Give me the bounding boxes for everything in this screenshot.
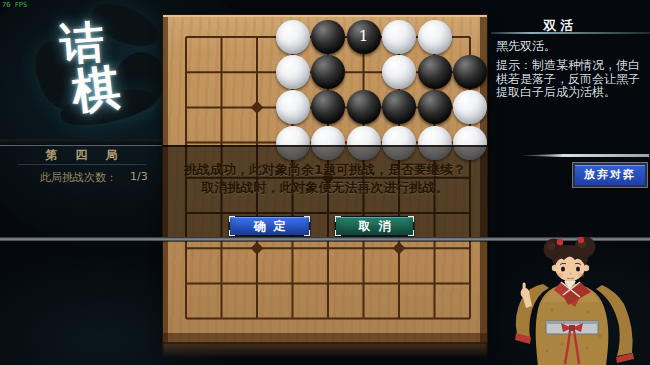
corner-ornament (408, 230, 414, 236)
resign-button[interactable]: 放弃对弈 (573, 163, 647, 187)
puzzle-goal: 黑先双活。 (496, 38, 556, 55)
corner-ornament (229, 230, 235, 236)
corner-ornament (304, 216, 310, 222)
game-logo: 诘 棋 (20, 0, 165, 140)
challenge-count-value: 1/3 (130, 170, 148, 183)
blade-divider (517, 154, 649, 157)
confirm-button[interactable]: 确定 (229, 216, 310, 236)
challenge-dialog: 挑战成功，此对象尚余1题可挑战，是否要继续？ 取消挑战时，此对象便无法再次进行挑… (163, 145, 487, 242)
star-point (251, 242, 264, 255)
corner-ornament (229, 216, 235, 222)
npc-character (492, 236, 650, 365)
logo-char-qi: 棋 (68, 55, 123, 124)
dialog-message-line1: 挑战成功，此对象尚余1题可挑战，是否要继续？ (163, 161, 487, 179)
last-move-marker: 1 (347, 20, 381, 53)
star-point (393, 242, 406, 255)
star-point (251, 101, 264, 114)
white-stone (276, 20, 310, 54)
white-stone (382, 55, 416, 89)
white-stone (276, 55, 310, 89)
puzzle-hint: 提示：制造某种情况，使白棋若是落子，反而会让黑子提取白子后成为活棋。 (496, 59, 649, 100)
white-stone (418, 20, 452, 54)
corner-ornament (335, 230, 341, 236)
challenge-count-label: 此局挑战次数： (40, 170, 117, 185)
black-stone (418, 55, 452, 89)
round-title: 第 四 局 (0, 147, 163, 164)
black-stone (453, 55, 487, 89)
black-stone: 1 (347, 20, 381, 54)
white-stone (276, 90, 310, 124)
game-screen: 76 FPS 诘 棋 第 四 局 此局挑战次数： 1/3 1 挑战成功，此对象尚… (0, 0, 650, 365)
black-stone (311, 55, 345, 89)
black-stone (418, 90, 452, 124)
white-stone (382, 20, 416, 54)
board-reflection (163, 343, 487, 360)
corner-ornament (408, 216, 414, 222)
dialog-message-line2: 取消挑战时，此对象便无法再次进行挑战。 (163, 179, 487, 197)
black-stone (347, 90, 381, 124)
black-stone (311, 20, 345, 54)
divider (18, 164, 146, 165)
cancel-button[interactable]: 取消 (335, 216, 414, 236)
corner-ornament (335, 216, 341, 222)
corner-ornament (304, 230, 310, 236)
title-divider (491, 32, 650, 34)
sidebar-section-bar (0, 139, 163, 146)
